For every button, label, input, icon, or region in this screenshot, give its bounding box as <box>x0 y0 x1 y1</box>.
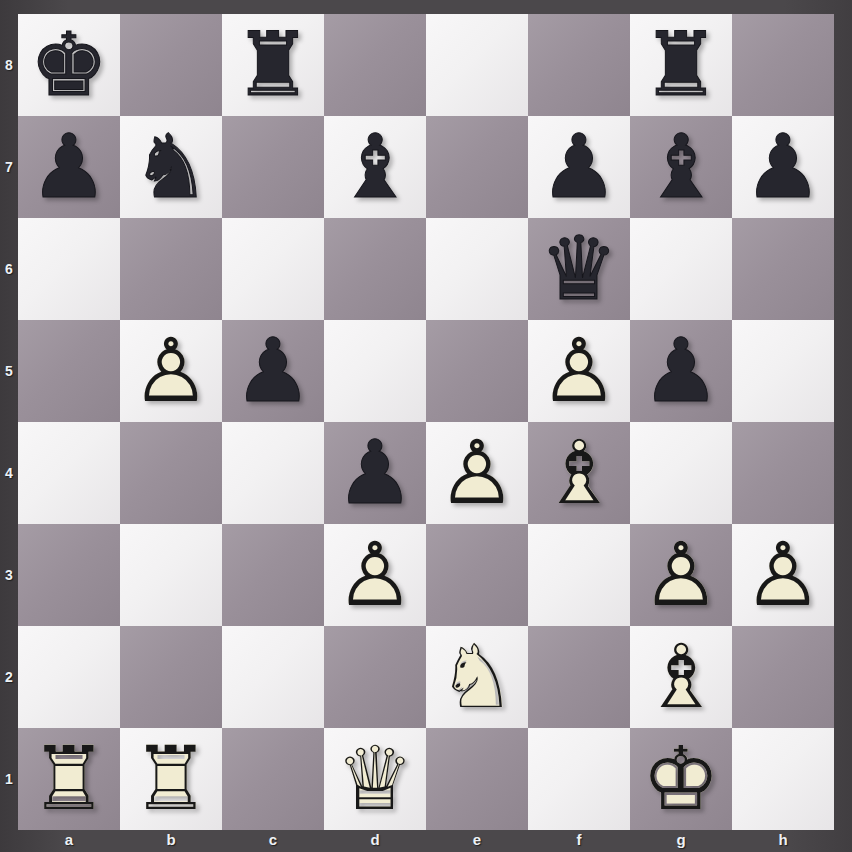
black-pawn-glyph: ♟ <box>630 320 732 422</box>
square-d5[interactable] <box>324 320 426 422</box>
square-g2[interactable]: ♝♗ <box>630 626 732 728</box>
black-knight-glyph: ♞ <box>120 116 222 218</box>
square-d4[interactable]: ♟ <box>324 422 426 524</box>
square-d8[interactable] <box>324 14 426 116</box>
black-pawn[interactable]: ♟ <box>18 116 120 218</box>
square-g7[interactable]: ♝ <box>630 116 732 218</box>
square-f8[interactable] <box>528 14 630 116</box>
white-rook-outline: ♖ <box>120 728 222 830</box>
white-bishop[interactable]: ♝♗ <box>528 422 630 524</box>
rank-label-5: 5 <box>0 320 18 422</box>
white-bishop-outline: ♗ <box>630 626 732 728</box>
white-bishop[interactable]: ♝♗ <box>630 626 732 728</box>
rank-label-1: 1 <box>0 728 18 830</box>
square-h2[interactable] <box>732 626 834 728</box>
square-h1[interactable] <box>732 728 834 830</box>
square-g8[interactable]: ♜ <box>630 14 732 116</box>
square-g3[interactable]: ♟♙ <box>630 524 732 626</box>
white-pawn-outline: ♙ <box>426 422 528 524</box>
black-pawn-glyph: ♟ <box>324 422 426 524</box>
square-d2[interactable] <box>324 626 426 728</box>
square-a8[interactable]: ♚ <box>18 14 120 116</box>
file-label-f: f <box>528 830 630 852</box>
square-a2[interactable] <box>18 626 120 728</box>
file-label-g: g <box>630 830 732 852</box>
rank-label-4: 4 <box>0 422 18 524</box>
white-pawn[interactable]: ♟♙ <box>630 524 732 626</box>
square-c2[interactable] <box>222 626 324 728</box>
file-label-d: d <box>324 830 426 852</box>
square-c8[interactable]: ♜ <box>222 14 324 116</box>
square-c4[interactable] <box>222 422 324 524</box>
square-a3[interactable] <box>18 524 120 626</box>
square-h4[interactable] <box>732 422 834 524</box>
file-label-a: a <box>18 830 120 852</box>
square-a6[interactable] <box>18 218 120 320</box>
square-f7[interactable]: ♟ <box>528 116 630 218</box>
square-e8[interactable] <box>426 14 528 116</box>
white-rook[interactable]: ♜♖ <box>120 728 222 830</box>
square-b8[interactable] <box>120 14 222 116</box>
square-c1[interactable] <box>222 728 324 830</box>
square-e1[interactable] <box>426 728 528 830</box>
black-bishop-glyph: ♝ <box>630 116 732 218</box>
black-pawn[interactable]: ♟ <box>324 422 426 524</box>
black-bishop[interactable]: ♝ <box>324 116 426 218</box>
square-d6[interactable] <box>324 218 426 320</box>
white-rook[interactable]: ♜♖ <box>18 728 120 830</box>
square-b7[interactable]: ♞ <box>120 116 222 218</box>
square-h6[interactable] <box>732 218 834 320</box>
black-rook-glyph: ♜ <box>222 14 324 116</box>
white-pawn[interactable]: ♟♙ <box>426 422 528 524</box>
square-h7[interactable]: ♟ <box>732 116 834 218</box>
square-c3[interactable] <box>222 524 324 626</box>
square-g1[interactable]: ♚♔ <box>630 728 732 830</box>
square-d7[interactable]: ♝ <box>324 116 426 218</box>
square-b1[interactable]: ♜♖ <box>120 728 222 830</box>
square-b3[interactable] <box>120 524 222 626</box>
square-d3[interactable]: ♟♙ <box>324 524 426 626</box>
square-a5[interactable] <box>18 320 120 422</box>
square-a7[interactable]: ♟ <box>18 116 120 218</box>
white-pawn[interactable]: ♟♙ <box>528 320 630 422</box>
square-f4[interactable]: ♝♗ <box>528 422 630 524</box>
square-f5[interactable]: ♟♙ <box>528 320 630 422</box>
file-label-h: h <box>732 830 834 852</box>
black-pawn-glyph: ♟ <box>222 320 324 422</box>
square-b4[interactable] <box>120 422 222 524</box>
square-b2[interactable] <box>120 626 222 728</box>
white-pawn[interactable]: ♟♙ <box>324 524 426 626</box>
white-pawn-outline: ♙ <box>528 320 630 422</box>
white-pawn-outline: ♙ <box>630 524 732 626</box>
square-c6[interactable] <box>222 218 324 320</box>
rank-label-8: 8 <box>0 14 18 116</box>
file-label-e: e <box>426 830 528 852</box>
black-king[interactable]: ♚ <box>18 14 120 116</box>
square-h3[interactable]: ♟♙ <box>732 524 834 626</box>
square-e7[interactable] <box>426 116 528 218</box>
white-rook-outline: ♖ <box>18 728 120 830</box>
square-f3[interactable] <box>528 524 630 626</box>
white-pawn-outline: ♙ <box>120 320 222 422</box>
black-queen[interactable]: ♛ <box>528 218 630 320</box>
white-pawn-outline: ♙ <box>732 524 834 626</box>
square-g6[interactable] <box>630 218 732 320</box>
rank-label-7: 7 <box>0 116 18 218</box>
black-pawn[interactable]: ♟ <box>732 116 834 218</box>
black-bishop[interactable]: ♝ <box>630 116 732 218</box>
square-c7[interactable] <box>222 116 324 218</box>
white-knight[interactable]: ♞♘ <box>426 626 528 728</box>
white-pawn[interactable]: ♟♙ <box>120 320 222 422</box>
black-rook[interactable]: ♜ <box>222 14 324 116</box>
square-f2[interactable] <box>528 626 630 728</box>
square-e3[interactable] <box>426 524 528 626</box>
square-b5[interactable]: ♟♙ <box>120 320 222 422</box>
black-bishop-glyph: ♝ <box>324 116 426 218</box>
black-pawn[interactable]: ♟ <box>630 320 732 422</box>
rank-label-6: 6 <box>0 218 18 320</box>
file-label-c: c <box>222 830 324 852</box>
white-king-outline: ♔ <box>630 728 732 830</box>
square-a1[interactable]: ♜♖ <box>18 728 120 830</box>
white-queen-outline: ♕ <box>324 728 426 830</box>
square-e5[interactable] <box>426 320 528 422</box>
white-knight-outline: ♘ <box>426 626 528 728</box>
rank-label-3: 3 <box>0 524 18 626</box>
white-pawn[interactable]: ♟♙ <box>732 524 834 626</box>
chess-board: 8♚♜♜7♟♞♝♟♝♟6♛5♟♙♟♟♙♟4♟♟♙♝♗3♟♙♟♙♟♙2♞♘♝♗1♜… <box>0 0 852 852</box>
square-e4[interactable]: ♟♙ <box>426 422 528 524</box>
white-pawn-outline: ♙ <box>324 524 426 626</box>
black-rook[interactable]: ♜ <box>630 14 732 116</box>
square-f6[interactable]: ♛ <box>528 218 630 320</box>
square-c5[interactable]: ♟ <box>222 320 324 422</box>
black-pawn[interactable]: ♟ <box>528 116 630 218</box>
black-rook-glyph: ♜ <box>630 14 732 116</box>
black-pawn-glyph: ♟ <box>528 116 630 218</box>
white-bishop-outline: ♗ <box>528 422 630 524</box>
black-queen-glyph: ♛ <box>528 218 630 320</box>
square-f1[interactable] <box>528 728 630 830</box>
square-h5[interactable] <box>732 320 834 422</box>
square-g4[interactable] <box>630 422 732 524</box>
black-pawn-glyph: ♟ <box>732 116 834 218</box>
square-e2[interactable]: ♞♘ <box>426 626 528 728</box>
square-h8[interactable] <box>732 14 834 116</box>
square-a4[interactable] <box>18 422 120 524</box>
black-king-glyph: ♚ <box>18 14 120 116</box>
white-queen[interactable]: ♛♕ <box>324 728 426 830</box>
square-g5[interactable]: ♟ <box>630 320 732 422</box>
square-d1[interactable]: ♛♕ <box>324 728 426 830</box>
file-label-b: b <box>120 830 222 852</box>
black-pawn[interactable]: ♟ <box>222 320 324 422</box>
black-knight[interactable]: ♞ <box>120 116 222 218</box>
square-e6[interactable] <box>426 218 528 320</box>
square-b6[interactable] <box>120 218 222 320</box>
white-king[interactable]: ♚♔ <box>630 728 732 830</box>
rank-label-2: 2 <box>0 626 18 728</box>
black-pawn-glyph: ♟ <box>18 116 120 218</box>
